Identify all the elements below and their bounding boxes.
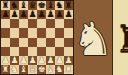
- square-d2[interactable]: ♟: [28, 56, 37, 65]
- square-g6[interactable]: [55, 19, 64, 28]
- square-f2[interactable]: ♟: [46, 56, 55, 65]
- piece-black-pawn: ♟: [10, 10, 18, 19]
- piece-black-pawn: ♟: [1, 10, 9, 19]
- square-d1[interactable]: ♛: [28, 65, 37, 74]
- piece-white-rook: ♜: [64, 65, 72, 74]
- piece-black-pawn: ♟: [46, 10, 54, 19]
- square-b5[interactable]: [10, 28, 19, 37]
- side-panel: ♞ ♜: [74, 0, 128, 75]
- square-e7[interactable]: ♟: [37, 10, 46, 19]
- square-f1[interactable]: ♝: [46, 65, 55, 74]
- piece-white-queen: ♛: [28, 65, 36, 74]
- square-h4[interactable]: [64, 38, 73, 47]
- square-d3[interactable]: [28, 47, 37, 56]
- square-a6[interactable]: [1, 19, 10, 28]
- square-g5[interactable]: [55, 28, 64, 37]
- square-c6[interactable]: [19, 19, 28, 28]
- square-h6[interactable]: [64, 19, 73, 28]
- square-a3[interactable]: [1, 47, 10, 56]
- square-d7[interactable]: ♟: [28, 10, 37, 19]
- square-a4[interactable]: [1, 38, 10, 47]
- square-b2[interactable]: ♟: [10, 56, 19, 65]
- square-c1[interactable]: ♝: [19, 65, 28, 74]
- piece-white-pawn: ♟: [64, 56, 72, 65]
- square-d5[interactable]: [28, 28, 37, 37]
- square-a8[interactable]: ♜: [1, 1, 10, 10]
- square-e8[interactable]: ♚: [37, 1, 46, 10]
- board-grid: ♜♞♝♛♚♝♞♜♟♟♟♟♟♟♟♟♟♟♟♟♟♟♟♟♜♞♝♛♚♝♞♜: [1, 1, 73, 74]
- square-g8[interactable]: ♞: [55, 1, 64, 10]
- square-f3[interactable]: [46, 47, 55, 56]
- square-g3[interactable]: [55, 47, 64, 56]
- black-rook-icon: ♜: [114, 20, 128, 58]
- piece-black-rook: ♜: [1, 1, 9, 10]
- square-c5[interactable]: [19, 28, 28, 37]
- square-b8[interactable]: ♞: [10, 1, 19, 10]
- square-a1[interactable]: ♜: [1, 65, 10, 74]
- square-g7[interactable]: ♟: [55, 10, 64, 19]
- square-f4[interactable]: [46, 38, 55, 47]
- piece-black-knight: ♞: [55, 1, 63, 10]
- piece-white-pawn: ♟: [19, 56, 27, 65]
- square-c2[interactable]: ♟: [19, 56, 28, 65]
- square-b3[interactable]: [10, 47, 19, 56]
- square-c4[interactable]: [19, 38, 28, 47]
- square-c7[interactable]: ♟: [19, 10, 28, 19]
- square-f8[interactable]: ♝: [46, 1, 55, 10]
- chess-app: ♜♞♝♛♚♝♞♜♟♟♟♟♟♟♟♟♟♟♟♟♟♟♟♟♜♞♝♛♚♝♞♜ ♞ ♜: [0, 0, 128, 75]
- piece-white-pawn: ♟: [28, 56, 36, 65]
- piece-white-bishop: ♝: [46, 65, 54, 74]
- piece-white-pawn: ♟: [1, 56, 9, 65]
- piece-black-pawn: ♟: [37, 10, 45, 19]
- square-e3[interactable]: [37, 47, 46, 56]
- piece-black-pawn: ♟: [55, 10, 63, 19]
- square-h3[interactable]: [64, 47, 73, 56]
- square-f7[interactable]: ♟: [46, 10, 55, 19]
- piece-black-knight: ♞: [10, 1, 18, 10]
- square-b6[interactable]: [10, 19, 19, 28]
- square-a5[interactable]: [1, 28, 10, 37]
- square-h1[interactable]: ♜: [64, 65, 73, 74]
- piece-black-pawn: ♟: [28, 10, 36, 19]
- piece-white-pawn: ♟: [10, 56, 18, 65]
- chess-board: ♜♞♝♛♚♝♞♜♟♟♟♟♟♟♟♟♟♟♟♟♟♟♟♟♜♞♝♛♚♝♞♜: [0, 0, 74, 75]
- square-h5[interactable]: [64, 28, 73, 37]
- piece-white-rook: ♜: [1, 65, 9, 74]
- square-d4[interactable]: [28, 38, 37, 47]
- square-e6[interactable]: [37, 19, 46, 28]
- square-b7[interactable]: ♟: [10, 10, 19, 19]
- white-side-band: ♞: [74, 0, 112, 75]
- piece-white-pawn: ♟: [46, 56, 54, 65]
- piece-white-pawn: ♟: [55, 56, 63, 65]
- piece-black-bishop: ♝: [46, 1, 54, 10]
- piece-white-king: ♚: [37, 65, 45, 74]
- piece-black-king: ♚: [37, 1, 45, 10]
- square-h7[interactable]: ♟: [64, 10, 73, 19]
- square-g4[interactable]: [55, 38, 64, 47]
- square-g2[interactable]: ♟: [55, 56, 64, 65]
- piece-white-pawn: ♟: [37, 56, 45, 65]
- square-a2[interactable]: ♟: [1, 56, 10, 65]
- square-c3[interactable]: [19, 47, 28, 56]
- square-h2[interactable]: ♟: [64, 56, 73, 65]
- piece-black-pawn: ♟: [64, 10, 72, 19]
- square-g1[interactable]: ♞: [55, 65, 64, 74]
- square-d6[interactable]: [28, 19, 37, 28]
- piece-black-rook: ♜: [64, 1, 72, 10]
- square-b1[interactable]: ♞: [10, 65, 19, 74]
- white-knight-icon: ♞: [74, 16, 112, 62]
- square-d8[interactable]: ♛: [28, 1, 37, 10]
- square-e1[interactable]: ♚: [37, 65, 46, 74]
- square-h8[interactable]: ♜: [64, 1, 73, 10]
- square-f5[interactable]: [46, 28, 55, 37]
- square-f6[interactable]: [46, 19, 55, 28]
- black-side-band: ♜: [112, 0, 128, 75]
- square-c8[interactable]: ♝: [19, 1, 28, 10]
- piece-white-knight: ♞: [55, 65, 63, 74]
- square-e5[interactable]: [37, 28, 46, 37]
- piece-black-queen: ♛: [28, 1, 36, 10]
- piece-black-pawn: ♟: [19, 10, 27, 19]
- square-e2[interactable]: ♟: [37, 56, 46, 65]
- square-b4[interactable]: [10, 38, 19, 47]
- square-e4[interactable]: [37, 38, 46, 47]
- piece-black-bishop: ♝: [19, 1, 27, 10]
- piece-white-knight: ♞: [10, 65, 18, 74]
- piece-white-bishop: ♝: [19, 65, 27, 74]
- square-a7[interactable]: ♟: [1, 10, 10, 19]
